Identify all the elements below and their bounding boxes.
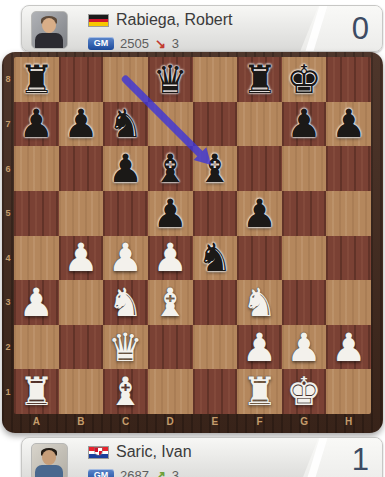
- square-d1[interactable]: [148, 369, 193, 414]
- piece-black-knight-e4[interactable]: ♞: [197, 238, 232, 277]
- player-score-bottom: 1: [352, 442, 369, 477]
- player-name-top: Rabiega, Robert: [116, 11, 233, 29]
- square-c6[interactable]: ♟: [103, 146, 148, 191]
- file-label-H: H: [326, 414, 371, 433]
- square-d4[interactable]: ♟: [148, 236, 193, 281]
- board-squares: ♜♛♜♚♟♟♞♟♟♟♝♝♟♟♟♟♟♞♟♞♝♞♛♟♟♟♜♝♜♚: [14, 57, 371, 414]
- square-a1[interactable]: ♜: [14, 369, 59, 414]
- germany-flag-icon: [88, 14, 109, 27]
- square-d7[interactable]: [148, 102, 193, 147]
- square-h8[interactable]: [326, 57, 371, 102]
- rank-label-4: 4: [2, 253, 14, 263]
- square-c3[interactable]: ♞: [103, 280, 148, 325]
- player-bar-top: Rabiega, Robert GM 2505 ↘ 3 0: [21, 5, 383, 52]
- square-c5[interactable]: [103, 191, 148, 236]
- square-a4[interactable]: [14, 236, 59, 281]
- player-meta: GM 2687 ↗ 3: [88, 468, 179, 477]
- square-g5[interactable]: [282, 191, 327, 236]
- square-a8[interactable]: ♜: [14, 57, 59, 102]
- rating-trend-down-icon: ↘: [155, 37, 166, 50]
- player-score-top: 0: [352, 11, 369, 47]
- square-g1[interactable]: ♚: [282, 369, 327, 414]
- piece-white-knight-f3[interactable]: ♞: [242, 283, 277, 322]
- file-label-G: G: [282, 414, 327, 433]
- square-g2[interactable]: ♟: [282, 325, 327, 370]
- piece-black-pawn-a7[interactable]: ♟: [19, 104, 54, 143]
- piece-white-pawn-f2[interactable]: ♟: [242, 328, 277, 367]
- piece-white-pawn-g2[interactable]: ♟: [287, 328, 322, 367]
- square-g8[interactable]: ♚: [282, 57, 327, 102]
- square-e8[interactable]: [193, 57, 238, 102]
- square-f8[interactable]: ♜: [237, 57, 282, 102]
- piece-white-queen-c2[interactable]: ♛: [108, 328, 143, 367]
- square-c1[interactable]: ♝: [103, 369, 148, 414]
- square-h1[interactable]: [326, 369, 371, 414]
- square-a7[interactable]: ♟: [14, 102, 59, 147]
- file-label-D: D: [148, 414, 193, 433]
- square-f4[interactable]: [237, 236, 282, 281]
- square-b1[interactable]: [59, 369, 104, 414]
- rating-trend-value-top: 3: [172, 36, 179, 51]
- gm-title-badge: GM: [88, 469, 114, 477]
- piece-black-rook-f8[interactable]: ♜: [242, 60, 277, 99]
- square-d2[interactable]: [148, 325, 193, 370]
- player-avatar-bottom: [31, 443, 68, 477]
- square-d8[interactable]: ♛: [148, 57, 193, 102]
- square-c7[interactable]: ♞: [103, 102, 148, 147]
- avatar-torso: [35, 465, 63, 477]
- player-name-bottom: Saric, Ivan: [116, 443, 192, 461]
- square-c2[interactable]: ♛: [103, 325, 148, 370]
- square-g4[interactable]: [282, 236, 327, 281]
- piece-white-pawn-d4[interactable]: ♟: [153, 238, 188, 277]
- square-b6[interactable]: [59, 146, 104, 191]
- croatia-flag-icon: [88, 446, 109, 459]
- file-label-C: C: [103, 414, 148, 433]
- piece-black-pawn-b7[interactable]: ♟: [63, 104, 98, 143]
- square-f2[interactable]: ♟: [237, 325, 282, 370]
- piece-white-rook-a1[interactable]: ♜: [19, 372, 54, 411]
- piece-white-rook-f1[interactable]: ♜: [242, 372, 277, 411]
- avatar-head: [42, 18, 56, 33]
- gm-title-badge: GM: [88, 37, 114, 50]
- square-e3[interactable]: [193, 280, 238, 325]
- file-label-A: A: [14, 414, 59, 433]
- square-g7[interactable]: ♟: [282, 102, 327, 147]
- square-e7[interactable]: [193, 102, 238, 147]
- rating-trend-value-bottom: 3: [172, 468, 179, 477]
- croatia-shield-icon: [95, 448, 102, 455]
- avatar-torso: [35, 33, 63, 49]
- player-rating-top: 2505: [120, 36, 149, 51]
- rank-label-7: 7: [2, 119, 14, 129]
- square-f6[interactable]: [237, 146, 282, 191]
- piece-black-bishop-d6[interactable]: ♝: [153, 149, 188, 188]
- rank-label-3: 3: [2, 297, 14, 307]
- square-h2[interactable]: ♟: [326, 325, 371, 370]
- rank-label-2: 2: [2, 342, 14, 352]
- rank-label-6: 6: [2, 164, 14, 174]
- square-e1[interactable]: [193, 369, 238, 414]
- square-f5[interactable]: ♟: [237, 191, 282, 236]
- square-h7[interactable]: ♟: [326, 102, 371, 147]
- square-g6[interactable]: [282, 146, 327, 191]
- square-h6[interactable]: [326, 146, 371, 191]
- player-nameline: Saric, Ivan: [88, 443, 192, 461]
- square-e6[interactable]: ♝: [193, 146, 238, 191]
- piece-black-pawn-c6[interactable]: ♟: [108, 149, 143, 188]
- square-b7[interactable]: ♟: [59, 102, 104, 147]
- player-meta: GM 2505 ↘ 3: [88, 36, 179, 51]
- square-f7[interactable]: [237, 102, 282, 147]
- square-g3[interactable]: [282, 280, 327, 325]
- piece-black-queen-d8[interactable]: ♛: [153, 60, 188, 99]
- square-e4[interactable]: ♞: [193, 236, 238, 281]
- piece-white-pawn-a3[interactable]: ♟: [19, 283, 54, 322]
- square-b2[interactable]: [59, 325, 104, 370]
- piece-black-rook-a8[interactable]: ♜: [19, 60, 54, 99]
- square-f3[interactable]: ♞: [237, 280, 282, 325]
- square-h4[interactable]: [326, 236, 371, 281]
- square-a5[interactable]: [14, 191, 59, 236]
- square-d3[interactable]: ♝: [148, 280, 193, 325]
- square-f1[interactable]: ♜: [237, 369, 282, 414]
- piece-white-knight-c3[interactable]: ♞: [108, 283, 143, 322]
- square-h3[interactable]: [326, 280, 371, 325]
- square-e2[interactable]: [193, 325, 238, 370]
- piece-black-bishop-e6[interactable]: ♝: [197, 149, 232, 188]
- file-label-F: F: [237, 414, 282, 433]
- piece-white-pawn-b4[interactable]: ♟: [63, 238, 98, 277]
- rank-label-8: 8: [2, 74, 14, 84]
- chess-board: 87654321 ♜♛♜♚♟♟♞♟♟♟♝♝♟♟♟♟♟♞♟♞♝♞♛♟♟♟♜♝♜♚ …: [2, 52, 383, 433]
- square-a3[interactable]: ♟: [14, 280, 59, 325]
- player-nameline: Rabiega, Robert: [88, 11, 233, 29]
- piece-white-bishop-d3[interactable]: ♝: [153, 283, 188, 322]
- player-avatar-top: [31, 11, 68, 49]
- square-a2[interactable]: [14, 325, 59, 370]
- piece-black-king-g8[interactable]: ♚: [287, 60, 322, 99]
- rank-label-1: 1: [2, 387, 14, 397]
- avatar-head: [42, 450, 56, 465]
- piece-white-bishop-c1[interactable]: ♝: [108, 372, 143, 411]
- piece-white-king-g1[interactable]: ♚: [287, 372, 322, 411]
- square-c8[interactable]: [103, 57, 148, 102]
- piece-black-pawn-d5[interactable]: ♟: [153, 194, 188, 233]
- piece-black-knight-c7[interactable]: ♞: [108, 104, 143, 143]
- player-bar-bottom: Saric, Ivan GM 2687 ↗ 3 1: [21, 437, 383, 477]
- piece-white-pawn-h2[interactable]: ♟: [331, 328, 366, 367]
- file-label-E: E: [193, 414, 238, 433]
- rank-label-5: 5: [2, 208, 14, 218]
- piece-black-pawn-f5[interactable]: ♟: [242, 194, 277, 233]
- square-d5[interactable]: ♟: [148, 191, 193, 236]
- square-h5[interactable]: [326, 191, 371, 236]
- piece-white-pawn-c4[interactable]: ♟: [108, 238, 143, 277]
- square-b4[interactable]: ♟: [59, 236, 104, 281]
- rank-labels: 87654321: [2, 57, 14, 414]
- file-labels: ABCDEFGH: [14, 414, 371, 433]
- file-label-B: B: [59, 414, 104, 433]
- square-a6[interactable]: [14, 146, 59, 191]
- piece-black-pawn-h7[interactable]: ♟: [331, 104, 366, 143]
- rating-trend-up-icon: ↗: [155, 469, 166, 477]
- square-b8[interactable]: [59, 57, 104, 102]
- square-b3[interactable]: [59, 280, 104, 325]
- square-e5[interactable]: [193, 191, 238, 236]
- square-c4[interactable]: ♟: [103, 236, 148, 281]
- piece-black-pawn-g7[interactable]: ♟: [287, 104, 322, 143]
- square-b5[interactable]: [59, 191, 104, 236]
- chess-broadcast-view: Rabiega, Robert GM 2505 ↘ 3 0 87654321 ♜…: [0, 0, 385, 477]
- player-rating-bottom: 2687: [120, 468, 149, 477]
- square-d6[interactable]: ♝: [148, 146, 193, 191]
